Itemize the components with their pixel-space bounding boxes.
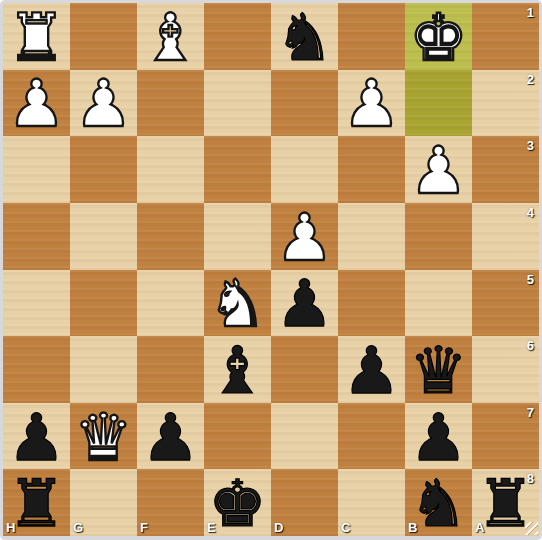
square-d2[interactable] (271, 70, 338, 137)
black-pawn[interactable]: ♟ (7, 405, 65, 470)
square-g5[interactable] (70, 270, 137, 337)
black-queen[interactable]: ♛ (409, 338, 467, 403)
file-label-e: E (207, 521, 216, 534)
white-pawn[interactable]: ♟ (409, 138, 467, 203)
square-c5[interactable] (338, 270, 405, 337)
white-pawn[interactable]: ♟ (74, 71, 132, 136)
black-pawn[interactable]: ♟ (275, 271, 333, 336)
square-g4[interactable] (70, 203, 137, 270)
black-pawn[interactable]: ♟ (409, 405, 467, 470)
white-knight[interactable]: ♞ (208, 271, 266, 336)
square-f1[interactable]: ♝ (137, 3, 204, 70)
square-h8[interactable]: ♜H (3, 469, 70, 536)
square-e1[interactable] (204, 3, 271, 70)
square-h1[interactable]: ♜ (3, 3, 70, 70)
black-knight[interactable]: ♞ (409, 471, 467, 536)
rank-label-1: 1 (527, 6, 534, 19)
black-pawn[interactable]: ♟ (342, 338, 400, 403)
square-e5[interactable]: ♞ (204, 270, 271, 337)
square-h6[interactable] (3, 336, 70, 403)
square-d1[interactable]: ♞ (271, 3, 338, 70)
square-f3[interactable] (137, 136, 204, 203)
square-f6[interactable] (137, 336, 204, 403)
square-d7[interactable] (271, 403, 338, 470)
black-knight[interactable]: ♞ (275, 5, 333, 70)
rank-label-7: 7 (527, 406, 534, 419)
square-b1[interactable]: ♚ (405, 3, 472, 70)
board-frame: ♜♝♞♚1♟♟♟2♟3♟4♞♟5♝♟♛6♟♛♟♟7♜HGF♚EDC♞B♜A8 (0, 0, 542, 540)
white-queen[interactable]: ♛ (74, 405, 132, 470)
chess-board: ♜♝♞♚1♟♟♟2♟3♟4♞♟5♝♟♛6♟♛♟♟7♜HGF♚EDC♞B♜A8 (3, 3, 539, 536)
black-king[interactable]: ♚ (208, 471, 266, 536)
square-g6[interactable] (70, 336, 137, 403)
white-bishop[interactable]: ♝ (141, 5, 199, 70)
rank-label-6: 6 (527, 339, 534, 352)
black-bishop[interactable]: ♝ (208, 338, 266, 403)
black-rook[interactable]: ♜ (7, 471, 65, 536)
square-e3[interactable] (204, 136, 271, 203)
square-b7[interactable]: ♟ (405, 403, 472, 470)
square-a3[interactable]: 3 (472, 136, 539, 203)
square-g8[interactable]: G (70, 469, 137, 536)
square-b5[interactable] (405, 270, 472, 337)
square-h2[interactable]: ♟ (3, 70, 70, 137)
square-a2[interactable]: 2 (472, 70, 539, 137)
square-d3[interactable] (271, 136, 338, 203)
white-rook[interactable]: ♜ (7, 5, 65, 70)
square-b2[interactable] (405, 70, 472, 137)
rank-label-5: 5 (527, 273, 534, 286)
white-pawn[interactable]: ♟ (7, 71, 65, 136)
square-c7[interactable] (338, 403, 405, 470)
square-f4[interactable] (137, 203, 204, 270)
square-e8[interactable]: ♚E (204, 469, 271, 536)
square-b6[interactable]: ♛ (405, 336, 472, 403)
square-c4[interactable] (338, 203, 405, 270)
square-e2[interactable] (204, 70, 271, 137)
square-a5[interactable]: 5 (472, 270, 539, 337)
square-h4[interactable] (3, 203, 70, 270)
square-c1[interactable] (338, 3, 405, 70)
black-pawn[interactable]: ♟ (141, 405, 199, 470)
square-g2[interactable]: ♟ (70, 70, 137, 137)
square-g7[interactable]: ♛ (70, 403, 137, 470)
square-a1[interactable]: 1 (472, 3, 539, 70)
square-h3[interactable] (3, 136, 70, 203)
square-e7[interactable] (204, 403, 271, 470)
square-c8[interactable]: C (338, 469, 405, 536)
file-label-f: F (140, 521, 148, 534)
square-c6[interactable]: ♟ (338, 336, 405, 403)
square-d8[interactable]: D (271, 469, 338, 536)
square-a6[interactable]: 6 (472, 336, 539, 403)
square-a8[interactable]: ♜A8 (472, 469, 539, 536)
square-d6[interactable] (271, 336, 338, 403)
square-f5[interactable] (137, 270, 204, 337)
square-b4[interactable] (405, 203, 472, 270)
rank-label-4: 4 (527, 206, 534, 219)
white-king[interactable]: ♚ (409, 5, 467, 70)
square-f7[interactable]: ♟ (137, 403, 204, 470)
square-e4[interactable] (204, 203, 271, 270)
square-c2[interactable]: ♟ (338, 70, 405, 137)
square-f2[interactable] (137, 70, 204, 137)
rank-label-2: 2 (527, 73, 534, 86)
file-label-h: H (6, 521, 15, 534)
square-g3[interactable] (70, 136, 137, 203)
square-a4[interactable]: 4 (472, 203, 539, 270)
square-d4[interactable]: ♟ (271, 203, 338, 270)
square-a7[interactable]: 7 (472, 403, 539, 470)
rank-label-3: 3 (527, 139, 534, 152)
square-f8[interactable]: F (137, 469, 204, 536)
file-label-g: G (73, 521, 83, 534)
white-pawn[interactable]: ♟ (275, 205, 333, 270)
rank-label-8: 8 (527, 472, 534, 485)
square-h7[interactable]: ♟ (3, 403, 70, 470)
square-d5[interactable]: ♟ (271, 270, 338, 337)
square-h5[interactable] (3, 270, 70, 337)
white-pawn[interactable]: ♟ (342, 71, 400, 136)
square-b3[interactable]: ♟ (405, 136, 472, 203)
resize-handle-icon[interactable] (525, 522, 538, 535)
square-e6[interactable]: ♝ (204, 336, 271, 403)
file-label-d: D (274, 521, 283, 534)
square-c3[interactable] (338, 136, 405, 203)
file-label-b: B (408, 521, 417, 534)
square-g1[interactable] (70, 3, 137, 70)
square-b8[interactable]: ♞B (405, 469, 472, 536)
file-label-c: C (341, 521, 350, 534)
file-label-a: A (475, 521, 484, 534)
